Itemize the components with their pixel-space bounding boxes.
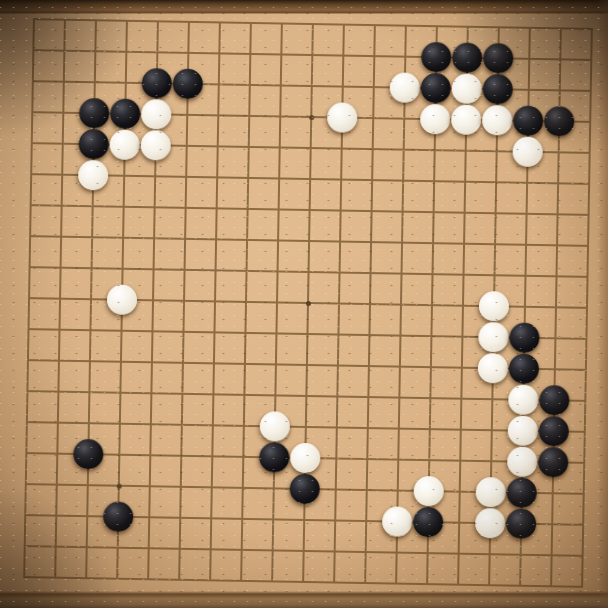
board-tilt-wrapper	[0, 0, 608, 608]
stone-black[interactable]	[539, 416, 570, 447]
stone-white[interactable]	[508, 416, 539, 447]
stone-white[interactable]	[478, 353, 509, 384]
stone-black[interactable]	[78, 129, 109, 160]
stone-white[interactable]	[512, 137, 543, 168]
stone-black[interactable]	[259, 442, 290, 473]
stone-white[interactable]	[451, 104, 482, 135]
stone-black[interactable]	[482, 74, 513, 105]
stone-black[interactable]	[421, 73, 452, 104]
stone-white[interactable]	[475, 508, 506, 539]
stone-white[interactable]	[475, 477, 506, 508]
stone-white[interactable]	[479, 291, 510, 322]
stone-white[interactable]	[482, 105, 513, 136]
stone-white[interactable]	[260, 411, 291, 442]
stone-black[interactable]	[110, 99, 141, 130]
stone-white[interactable]	[452, 73, 483, 104]
go-board[interactable]	[0, 0, 608, 608]
stone-white[interactable]	[141, 99, 172, 130]
stone-black[interactable]	[483, 43, 514, 74]
stone-white[interactable]	[290, 443, 321, 474]
stone-white[interactable]	[420, 104, 451, 135]
board-top-edge	[0, 0, 608, 14]
stone-black[interactable]	[413, 507, 444, 538]
stone-black[interactable]	[506, 508, 537, 539]
stones-layer	[8, 3, 607, 602]
stone-white[interactable]	[109, 130, 140, 161]
stone-black[interactable]	[173, 69, 204, 100]
stone-white[interactable]	[327, 102, 358, 133]
stone-black[interactable]	[509, 323, 540, 354]
stone-black[interactable]	[539, 385, 570, 416]
stone-black[interactable]	[73, 439, 104, 470]
stone-black[interactable]	[538, 447, 569, 478]
stone-white[interactable]	[382, 506, 413, 537]
board-bottom-edge	[0, 591, 608, 608]
stone-black[interactable]	[142, 68, 173, 99]
stone-black[interactable]	[421, 42, 452, 73]
stone-white[interactable]	[107, 284, 138, 315]
stone-black[interactable]	[544, 106, 575, 137]
stone-black[interactable]	[506, 477, 537, 508]
stone-black[interactable]	[452, 42, 483, 73]
board-right-edge	[597, 0, 608, 608]
stone-black[interactable]	[509, 354, 540, 385]
stone-white[interactable]	[390, 72, 421, 103]
stone-white[interactable]	[413, 476, 444, 507]
stone-white[interactable]	[508, 385, 539, 416]
stone-white[interactable]	[507, 447, 538, 478]
stone-black[interactable]	[513, 106, 544, 137]
stone-black[interactable]	[79, 98, 110, 129]
stone-white[interactable]	[78, 160, 109, 191]
stone-black[interactable]	[289, 474, 320, 505]
stone-black[interactable]	[103, 501, 134, 532]
stone-white[interactable]	[140, 130, 171, 161]
stone-white[interactable]	[478, 322, 509, 353]
board-photo	[0, 0, 608, 608]
